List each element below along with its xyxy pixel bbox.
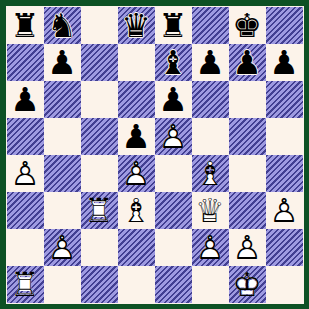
piece-outline: ♔ bbox=[229, 266, 266, 303]
square-d6[interactable] bbox=[118, 81, 155, 118]
black-pawn: ♟ bbox=[266, 44, 303, 81]
white-pawn: ♟♙ bbox=[192, 229, 229, 266]
square-a8[interactable]: ♜ bbox=[7, 7, 44, 44]
square-b1[interactable] bbox=[44, 266, 81, 303]
square-a1[interactable]: ♜♖ bbox=[7, 266, 44, 303]
square-a7[interactable] bbox=[7, 44, 44, 81]
square-b4[interactable] bbox=[44, 155, 81, 192]
black-pawn: ♟ bbox=[118, 118, 155, 155]
piece-outline: ♕ bbox=[192, 192, 229, 229]
square-e2[interactable] bbox=[155, 229, 192, 266]
white-rook: ♜♖ bbox=[81, 192, 118, 229]
piece-outline: ♖ bbox=[7, 266, 44, 303]
white-pawn: ♟♙ bbox=[266, 192, 303, 229]
square-d4[interactable]: ♟♙ bbox=[118, 155, 155, 192]
black-rook: ♜ bbox=[7, 7, 44, 44]
square-c1[interactable] bbox=[81, 266, 118, 303]
square-g8[interactable]: ♚ bbox=[229, 7, 266, 44]
piece-outline: ♙ bbox=[266, 192, 303, 229]
piece-outline: ♙ bbox=[229, 229, 266, 266]
black-pawn: ♟ bbox=[192, 44, 229, 81]
square-e6[interactable]: ♟ bbox=[155, 81, 192, 118]
black-knight: ♞ bbox=[44, 7, 81, 44]
square-h2[interactable] bbox=[266, 229, 303, 266]
square-h5[interactable] bbox=[266, 118, 303, 155]
square-c8[interactable] bbox=[81, 7, 118, 44]
square-f5[interactable] bbox=[192, 118, 229, 155]
square-f4[interactable]: ♝♗ bbox=[192, 155, 229, 192]
square-h1[interactable] bbox=[266, 266, 303, 303]
square-b8[interactable]: ♞ bbox=[44, 7, 81, 44]
square-e1[interactable] bbox=[155, 266, 192, 303]
square-a6[interactable]: ♟ bbox=[7, 81, 44, 118]
square-b5[interactable] bbox=[44, 118, 81, 155]
square-h3[interactable]: ♟♙ bbox=[266, 192, 303, 229]
square-g2[interactable]: ♟♙ bbox=[229, 229, 266, 266]
square-h6[interactable] bbox=[266, 81, 303, 118]
white-pawn: ♟♙ bbox=[229, 229, 266, 266]
square-d2[interactable] bbox=[118, 229, 155, 266]
square-c6[interactable] bbox=[81, 81, 118, 118]
square-f3[interactable]: ♛♕ bbox=[192, 192, 229, 229]
square-f6[interactable] bbox=[192, 81, 229, 118]
black-queen: ♛ bbox=[118, 7, 155, 44]
white-bishop: ♝♗ bbox=[118, 192, 155, 229]
square-g4[interactable] bbox=[229, 155, 266, 192]
square-h7[interactable]: ♟ bbox=[266, 44, 303, 81]
square-f2[interactable]: ♟♙ bbox=[192, 229, 229, 266]
square-g3[interactable] bbox=[229, 192, 266, 229]
piece-outline: ♖ bbox=[81, 192, 118, 229]
white-pawn: ♟♙ bbox=[44, 229, 81, 266]
square-g7[interactable]: ♟ bbox=[229, 44, 266, 81]
square-e3[interactable] bbox=[155, 192, 192, 229]
black-pawn: ♟ bbox=[7, 81, 44, 118]
chess-board: ♜♞♛♜♚♟♝♟♟♟♟♟♟♟♙♟♙♟♙♝♗♜♖♝♗♛♕♟♙♟♙♟♙♟♙♜♖♚♔ bbox=[6, 6, 304, 304]
square-d8[interactable]: ♛ bbox=[118, 7, 155, 44]
square-a5[interactable] bbox=[7, 118, 44, 155]
square-d1[interactable] bbox=[118, 266, 155, 303]
white-queen: ♛♕ bbox=[192, 192, 229, 229]
square-c2[interactable] bbox=[81, 229, 118, 266]
square-f8[interactable] bbox=[192, 7, 229, 44]
white-king: ♚♔ bbox=[229, 266, 266, 303]
square-e7[interactable]: ♝ bbox=[155, 44, 192, 81]
square-b3[interactable] bbox=[44, 192, 81, 229]
white-pawn: ♟♙ bbox=[7, 155, 44, 192]
square-c3[interactable]: ♜♖ bbox=[81, 192, 118, 229]
square-b2[interactable]: ♟♙ bbox=[44, 229, 81, 266]
square-a3[interactable] bbox=[7, 192, 44, 229]
white-rook: ♜♖ bbox=[7, 266, 44, 303]
square-d7[interactable] bbox=[118, 44, 155, 81]
piece-outline: ♙ bbox=[44, 229, 81, 266]
piece-outline: ♗ bbox=[118, 192, 155, 229]
black-pawn: ♟ bbox=[44, 44, 81, 81]
piece-outline: ♙ bbox=[155, 118, 192, 155]
square-c7[interactable] bbox=[81, 44, 118, 81]
white-pawn: ♟♙ bbox=[118, 155, 155, 192]
black-bishop: ♝ bbox=[155, 44, 192, 81]
square-c5[interactable] bbox=[81, 118, 118, 155]
square-c4[interactable] bbox=[81, 155, 118, 192]
square-g5[interactable] bbox=[229, 118, 266, 155]
square-h4[interactable] bbox=[266, 155, 303, 192]
piece-outline: ♙ bbox=[7, 155, 44, 192]
square-a2[interactable] bbox=[7, 229, 44, 266]
black-pawn: ♟ bbox=[155, 81, 192, 118]
square-d3[interactable]: ♝♗ bbox=[118, 192, 155, 229]
square-f7[interactable]: ♟ bbox=[192, 44, 229, 81]
square-h8[interactable] bbox=[266, 7, 303, 44]
square-b6[interactable] bbox=[44, 81, 81, 118]
chessboard-frame: ♜♞♛♜♚♟♝♟♟♟♟♟♟♟♙♟♙♟♙♝♗♜♖♝♗♛♕♟♙♟♙♟♙♟♙♜♖♚♔ bbox=[0, 0, 309, 309]
square-g1[interactable]: ♚♔ bbox=[229, 266, 266, 303]
black-rook: ♜ bbox=[155, 7, 192, 44]
square-f1[interactable] bbox=[192, 266, 229, 303]
white-pawn: ♟♙ bbox=[155, 118, 192, 155]
white-bishop: ♝♗ bbox=[192, 155, 229, 192]
black-pawn: ♟ bbox=[229, 44, 266, 81]
square-a4[interactable]: ♟♙ bbox=[7, 155, 44, 192]
square-d5[interactable]: ♟ bbox=[118, 118, 155, 155]
piece-outline: ♙ bbox=[118, 155, 155, 192]
square-e8[interactable]: ♜ bbox=[155, 7, 192, 44]
square-b7[interactable]: ♟ bbox=[44, 44, 81, 81]
piece-outline: ♙ bbox=[192, 229, 229, 266]
square-e5[interactable]: ♟♙ bbox=[155, 118, 192, 155]
black-king: ♚ bbox=[229, 7, 266, 44]
square-e4[interactable] bbox=[155, 155, 192, 192]
square-g6[interactable] bbox=[229, 81, 266, 118]
piece-outline: ♗ bbox=[192, 155, 229, 192]
